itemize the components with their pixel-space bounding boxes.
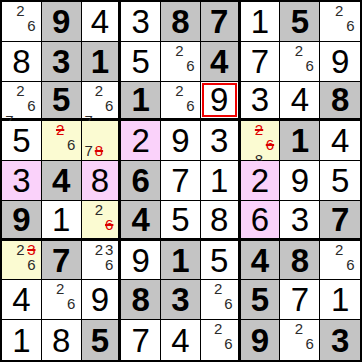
pencil-mark-6: 6	[66, 137, 77, 152]
given-digit: 5	[291, 5, 309, 38]
pencil-mark-6: 6	[104, 257, 114, 272]
cell-r7c8[interactable]: 8	[280, 241, 320, 281]
cell-r4c9[interactable]: 4	[320, 121, 360, 161]
solved-digit: 5	[132, 45, 150, 78]
cell-r4c3[interactable]: 78	[82, 121, 122, 161]
pencil-mark-6: 6	[185, 58, 196, 73]
pencil-mark-6: 6	[26, 257, 37, 272]
pencil-mark-2: 2	[333, 3, 344, 18]
cell-r6c9[interactable]: 7	[320, 201, 360, 241]
pencil-mark-6: 6	[223, 296, 233, 311]
cell-r5c7[interactable]: 2	[241, 161, 281, 201]
solved-digit: 4	[331, 124, 349, 157]
cell-r1c2[interactable]: 9	[42, 2, 82, 42]
pencil-mark-2: 2	[174, 83, 185, 98]
cell-r6c1[interactable]: 9	[2, 201, 42, 241]
given-digit: 1	[132, 83, 150, 116]
solved-digit: 5	[331, 164, 349, 197]
cell-r8c5[interactable]: 3	[161, 280, 201, 320]
cell-r7c6[interactable]: 5	[201, 241, 241, 281]
pencil-mark-6: 6	[304, 336, 315, 351]
pencil-mark-2: 2	[55, 281, 66, 296]
cell-r3c8[interactable]: 4	[280, 82, 320, 122]
cell-r1c4[interactable]: 3	[121, 2, 161, 42]
pencil-mark-6: 6	[223, 336, 233, 351]
given-digit: 8	[132, 283, 150, 316]
solved-digit: 3	[251, 83, 269, 116]
cell-r3c3[interactable]: 267	[82, 82, 122, 122]
given-digit: 7	[210, 5, 228, 38]
cell-r5c4[interactable]: 6	[121, 161, 161, 201]
given-digit: 8	[331, 83, 349, 116]
given-digit: 1	[171, 244, 189, 277]
pencil-mark-2: 2	[15, 242, 26, 257]
solved-digit: 4	[91, 5, 109, 38]
cell-r9c7[interactable]: 9	[241, 320, 281, 360]
cell-r3c1[interactable]: 267	[2, 82, 42, 122]
pencil-mark-3-struck: 3	[26, 242, 37, 257]
given-digit: 4	[132, 203, 150, 236]
cell-r5c6[interactable]: 1	[201, 161, 241, 201]
pencil-mark-6-struck: 6	[265, 137, 276, 152]
cell-r6c5[interactable]: 5	[161, 201, 201, 241]
solved-digit: 4	[171, 324, 189, 357]
solved-digit: 9	[171, 124, 189, 157]
cell-r3c7[interactable]: 3	[241, 82, 281, 122]
cell-r2c1[interactable]: 8	[2, 42, 42, 82]
pencil-marks-grid: 26	[282, 43, 315, 79]
cell-r6c4[interactable]: 4	[121, 201, 161, 241]
cell-r2c3[interactable]: 1	[82, 42, 122, 82]
pencil-mark-2: 2	[15, 83, 26, 98]
pencil-mark-6: 6	[304, 58, 315, 73]
given-digit: 7	[331, 203, 349, 236]
given-digit: 6	[132, 164, 150, 197]
pencil-mark-7: 7	[84, 143, 94, 158]
pencil-mark-6: 6	[345, 257, 356, 272]
cell-r1c1[interactable]: 26	[2, 2, 42, 42]
pencil-mark-2: 2	[333, 242, 344, 257]
given-digit: 4	[251, 244, 269, 277]
pencil-mark-2-struck: 2	[55, 122, 66, 137]
pencil-mark-2: 2	[293, 321, 304, 336]
cell-r6c3[interactable]: 26	[82, 201, 122, 241]
cell-r2c5[interactable]: 26	[161, 42, 201, 82]
pencil-mark-6: 6	[104, 98, 114, 113]
cell-r3c4[interactable]: 1	[121, 82, 161, 122]
given-digit: 9	[12, 203, 30, 236]
solved-digit: 5	[171, 203, 189, 236]
cell-r5c9[interactable]: 5	[320, 161, 360, 201]
cell-r3c5[interactable]: 26	[161, 82, 201, 122]
given-digit: 3	[331, 324, 349, 357]
solved-digit: 2	[132, 124, 150, 157]
solved-digit: 3	[12, 164, 30, 197]
solved-digit: 3	[291, 203, 309, 236]
solved-digit: 4	[12, 283, 30, 316]
pencil-mark-6: 6	[66, 296, 77, 311]
pencil-mark-2: 2	[15, 3, 26, 18]
given-digit: 8	[291, 244, 309, 277]
cell-r3c9[interactable]: 8	[320, 82, 360, 122]
cell-r7c9[interactable]: 26	[320, 241, 360, 281]
pencil-mark-6-struck: 6	[104, 217, 114, 232]
solved-digit: 9	[132, 244, 150, 277]
cell-r7c4[interactable]: 9	[121, 241, 161, 281]
sudoku-board: 2694387152683152647269267526712693485267…	[0, 0, 362, 362]
solved-digit: 6	[251, 203, 269, 236]
solved-digit: 3	[132, 5, 150, 38]
solved-digit: 3	[210, 124, 228, 157]
solved-digit: 1	[251, 5, 269, 38]
given-digit: 4	[52, 164, 70, 197]
cell-r6c2[interactable]: 1	[42, 201, 82, 241]
cell-r1c8[interactable]: 5	[280, 2, 320, 42]
solved-digit: 7	[132, 324, 150, 357]
given-digit: 4	[210, 45, 228, 78]
solved-digit: 1	[331, 283, 349, 316]
pencil-marks-grid: 267	[84, 83, 115, 117]
solved-digit: 9	[291, 164, 309, 197]
cell-r8c7[interactable]: 5	[241, 280, 281, 320]
solved-digit: 4	[291, 83, 309, 116]
cell-r2c2[interactable]: 3	[42, 42, 82, 82]
pencil-mark-2: 2	[94, 83, 104, 98]
solved-digit: 7	[291, 283, 309, 316]
cell-r9c2[interactable]: 8	[42, 320, 82, 360]
solved-digit: 5	[210, 244, 228, 277]
given-digit: 1	[291, 124, 309, 157]
pencil-mark-2: 2	[174, 43, 185, 58]
solved-digit: 9	[331, 45, 349, 78]
cell-r8c2[interactable]: 26	[42, 280, 82, 320]
cell-r4c7[interactable]: 268	[241, 121, 281, 161]
cell-r3c6[interactable]: 9	[201, 82, 241, 122]
cell-r5c3[interactable]: 8	[82, 161, 122, 201]
pencil-mark-6: 6	[26, 18, 37, 33]
cell-r8c9[interactable]: 1	[320, 280, 360, 320]
cell-r4c5[interactable]: 9	[161, 121, 201, 161]
solved-digit: 1	[12, 324, 30, 357]
cell-r6c8[interactable]: 3	[280, 201, 320, 241]
pencil-marks-grid: 26	[84, 202, 115, 236]
pencil-marks-grid: 26	[203, 281, 234, 317]
cell-r8c6[interactable]: 26	[201, 280, 241, 320]
cell-r7c2[interactable]: 7	[42, 241, 82, 281]
given-digit: 3	[52, 45, 70, 78]
cell-r8c1[interactable]: 4	[2, 280, 42, 320]
cell-r7c5[interactable]: 1	[161, 241, 201, 281]
cell-r9c8[interactable]: 26	[280, 320, 320, 360]
given-digit: 5	[52, 83, 70, 116]
cell-r7c3[interactable]: 236	[82, 241, 122, 281]
pencil-marks-grid: 26	[322, 3, 356, 39]
pencil-marks-grid: 26	[203, 321, 234, 358]
pencil-mark-2: 2	[213, 321, 223, 336]
given-digit: 1	[91, 45, 109, 78]
pencil-mark-2: 2	[293, 43, 304, 58]
cell-r2c7[interactable]: 7	[241, 42, 281, 82]
solved-digit: 1	[52, 203, 70, 236]
cell-r2c9[interactable]: 9	[320, 42, 360, 82]
solved-digit: 9	[210, 83, 228, 116]
cell-r6c6[interactable]: 8	[201, 201, 241, 241]
pencil-mark-2: 2	[94, 242, 104, 257]
solved-digit: 9	[91, 283, 109, 316]
pencil-marks-grid: 26	[44, 281, 77, 317]
cell-r1c9[interactable]: 26	[320, 2, 360, 42]
cell-r4c4[interactable]: 2	[121, 121, 161, 161]
given-digit: 5	[251, 283, 269, 316]
cell-r9c6[interactable]: 26	[201, 320, 241, 360]
given-digit: 5	[91, 324, 109, 357]
pencil-marks-grid: 26	[163, 83, 196, 117]
pencil-marks-grid: 26	[44, 122, 77, 158]
solved-digit: 7	[251, 45, 269, 78]
cell-r8c4[interactable]: 8	[121, 280, 161, 320]
cell-r9c1[interactable]: 1	[2, 320, 42, 360]
pencil-marks-grid: 78	[84, 122, 115, 158]
pencil-mark-2-struck: 2	[254, 122, 265, 137]
cell-r2c4[interactable]: 5	[121, 42, 161, 82]
given-digit: 3	[171, 283, 189, 316]
cell-r8c8[interactable]: 7	[280, 280, 320, 320]
solved-digit: 8	[52, 324, 70, 357]
cell-r4c1[interactable]: 5	[2, 121, 42, 161]
cell-r9c9[interactable]: 3	[320, 320, 360, 360]
solved-digit: 8	[12, 45, 30, 78]
cell-r4c2[interactable]: 26	[42, 121, 82, 161]
cell-r2c6[interactable]: 4	[201, 42, 241, 82]
solved-digit: 7	[171, 164, 189, 197]
pencil-mark-6: 6	[345, 18, 356, 33]
pencil-marks-grid: 26	[282, 321, 315, 358]
cell-r3c2[interactable]: 5	[42, 82, 82, 122]
given-digit: 7	[52, 244, 70, 277]
pencil-marks-grid: 236	[4, 242, 37, 278]
cell-r6c7[interactable]: 6	[241, 201, 281, 241]
solved-digit: 1	[210, 164, 228, 197]
pencil-marks-grid: 267	[4, 83, 37, 117]
solved-digit: 5	[12, 124, 30, 157]
cell-r7c7[interactable]: 4	[241, 241, 281, 281]
cell-r9c4[interactable]: 7	[121, 320, 161, 360]
solved-digit: 2	[251, 164, 269, 197]
cell-r8c3[interactable]: 9	[82, 280, 122, 320]
pencil-mark-2: 2	[213, 281, 223, 296]
pencil-mark-2: 2	[94, 202, 104, 217]
given-digit: 9	[52, 5, 70, 38]
solved-digit: 8	[210, 203, 228, 236]
cell-r5c1[interactable]: 3	[2, 161, 42, 201]
pencil-mark-3: 3	[104, 242, 114, 257]
pencil-marks-grid: 26	[4, 3, 37, 39]
cell-r1c5[interactable]: 8	[161, 2, 201, 42]
pencil-marks-grid: 26	[322, 242, 356, 278]
cell-r1c6[interactable]: 7	[201, 2, 241, 42]
solved-digit: 8	[91, 164, 109, 197]
cell-r1c7[interactable]: 1	[241, 2, 281, 42]
pencil-marks-grid: 236	[84, 242, 115, 278]
cell-r5c8[interactable]: 9	[280, 161, 320, 201]
cell-r7c1[interactable]: 236	[2, 241, 42, 281]
pencil-mark-6: 6	[185, 98, 196, 113]
cell-r1c3[interactable]: 4	[82, 2, 122, 42]
cell-r9c3[interactable]: 5	[82, 320, 122, 360]
pencil-marks-grid: 268	[243, 122, 276, 158]
cell-r5c2[interactable]: 4	[42, 161, 82, 201]
cell-r4c8[interactable]: 1	[280, 121, 320, 161]
given-digit: 8	[171, 5, 189, 38]
pencil-marks-grid: 26	[163, 43, 196, 79]
cell-r9c5[interactable]: 4	[161, 320, 201, 360]
pencil-mark-6: 6	[26, 98, 37, 113]
given-digit: 9	[251, 324, 269, 357]
cell-r2c8[interactable]: 26	[280, 42, 320, 82]
pencil-mark-8-struck: 8	[94, 143, 104, 158]
cell-r4c6[interactable]: 3	[201, 121, 241, 161]
cell-r5c5[interactable]: 7	[161, 161, 201, 201]
